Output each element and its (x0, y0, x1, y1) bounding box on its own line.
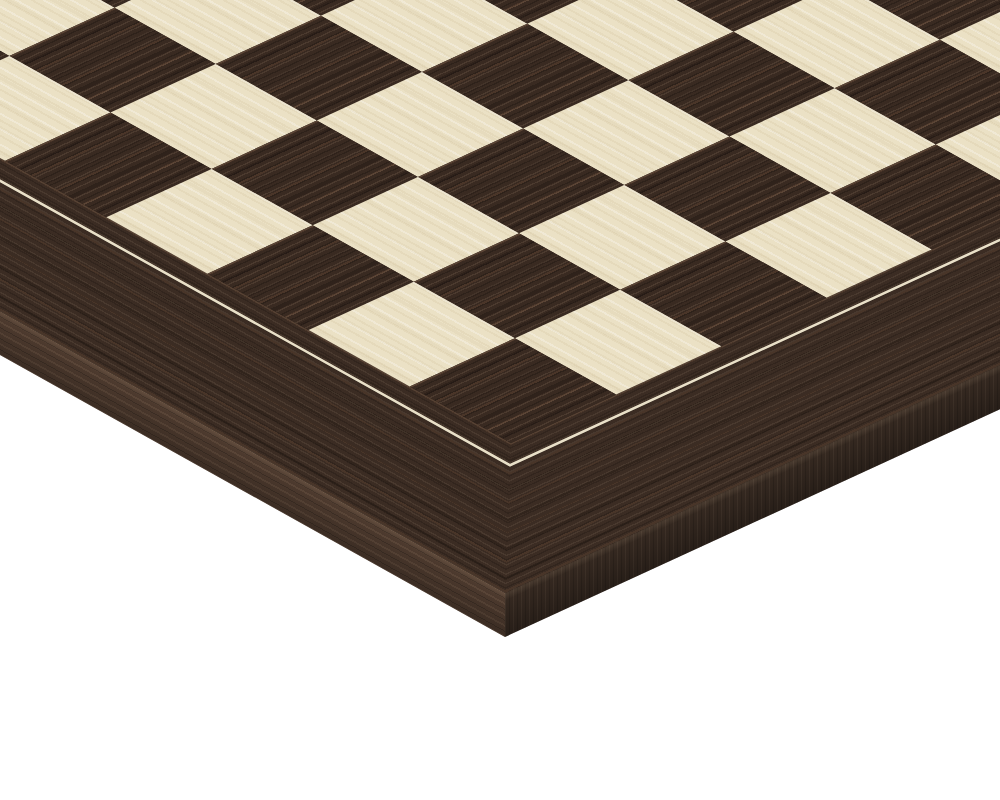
chessboard (0, 0, 1000, 593)
chessboard-photo (0, 0, 1000, 800)
